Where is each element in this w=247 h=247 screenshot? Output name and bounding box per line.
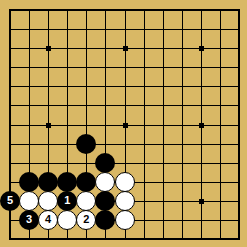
black-stone[interactable] <box>19 172 39 192</box>
star-point <box>199 46 204 51</box>
star-point <box>199 123 204 128</box>
white-stone[interactable] <box>115 210 135 230</box>
black-stone[interactable] <box>76 172 96 192</box>
move-number-label: 1 <box>64 195 70 206</box>
black-stone[interactable] <box>38 172 58 192</box>
white-stone[interactable] <box>115 191 135 211</box>
move-number-label: 3 <box>26 214 32 225</box>
grid-line-vertical <box>220 10 221 240</box>
black-stone[interactable]: 1 <box>57 191 77 211</box>
black-stone[interactable] <box>57 172 77 192</box>
move-number-label: 4 <box>45 214 51 225</box>
star-point <box>199 199 204 204</box>
go-board[interactable]: 51342 <box>0 0 247 247</box>
grid-line-vertical <box>144 10 145 240</box>
move-number-label: 5 <box>7 195 13 206</box>
black-stone[interactable]: 5 <box>0 191 20 211</box>
grid-line-vertical <box>163 10 164 240</box>
move-number-label: 2 <box>83 214 89 225</box>
grid-line-horizontal <box>10 163 240 164</box>
star-point <box>46 46 51 51</box>
white-stone[interactable]: 4 <box>38 210 58 230</box>
white-stone[interactable] <box>38 191 58 211</box>
star-point <box>123 46 128 51</box>
go-board-diagram: 51342 <box>0 0 247 247</box>
star-point <box>46 123 51 128</box>
grid-line-horizontal <box>10 144 240 145</box>
black-stone[interactable]: 3 <box>19 210 39 230</box>
star-point <box>123 123 128 128</box>
black-stone[interactable] <box>76 134 96 154</box>
grid-line-vertical <box>182 10 183 240</box>
white-stone[interactable] <box>19 191 39 211</box>
black-stone[interactable] <box>95 153 115 173</box>
white-stone[interactable] <box>115 172 135 192</box>
